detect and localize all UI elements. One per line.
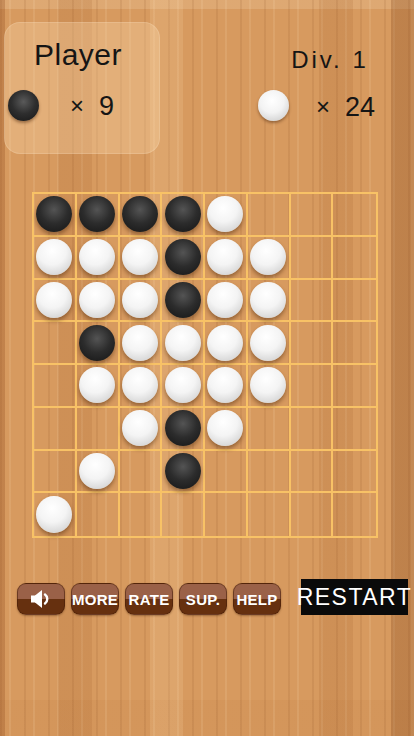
cell-r2-c7[interactable]	[291, 237, 334, 280]
cell-r1-c1[interactable]	[34, 194, 77, 237]
cell-r3-c6[interactable]	[248, 280, 291, 323]
cell-r1-c2[interactable]	[77, 194, 120, 237]
cell-r2-c8[interactable]	[333, 237, 376, 280]
white-stone-icon	[258, 90, 289, 121]
white-disc	[36, 282, 72, 318]
cell-r7-c1[interactable]	[34, 451, 77, 494]
cell-r4-c6[interactable]	[248, 322, 291, 365]
white-disc	[250, 282, 286, 318]
sound-button[interactable]	[17, 583, 65, 615]
opponent-count: × 24	[316, 91, 375, 123]
cell-r8-c3[interactable]	[120, 493, 163, 536]
player-label: Player	[0, 38, 156, 72]
cell-r3-c1[interactable]	[34, 280, 77, 323]
white-disc	[79, 282, 115, 318]
white-disc	[207, 282, 243, 318]
cell-r6-c1[interactable]	[34, 408, 77, 451]
cell-r6-c4[interactable]	[162, 408, 205, 451]
white-disc	[36, 239, 72, 275]
black-disc	[79, 325, 115, 361]
help-button[interactable]: HELP	[233, 583, 281, 615]
cell-r6-c3[interactable]	[120, 408, 163, 451]
cell-r4-c4[interactable]	[162, 322, 205, 365]
white-disc	[250, 239, 286, 275]
cell-r2-c1[interactable]	[34, 237, 77, 280]
support-button[interactable]: SUP.	[179, 583, 227, 615]
white-disc	[207, 410, 243, 446]
cell-r1-c5[interactable]	[205, 194, 248, 237]
cell-r5-c2[interactable]	[77, 365, 120, 408]
cell-r7-c3[interactable]	[120, 451, 163, 494]
white-disc	[165, 325, 201, 361]
cell-r3-c8[interactable]	[333, 280, 376, 323]
game-screen: { "game": "reversi-othello (8x8 disc gam…	[0, 0, 414, 736]
cell-r4-c3[interactable]	[120, 322, 163, 365]
white-disc	[207, 325, 243, 361]
black-disc	[36, 196, 72, 232]
white-disc	[165, 367, 201, 403]
black-disc	[79, 196, 115, 232]
toolbar: MORE RATE SUP. HELP	[17, 583, 281, 615]
cell-r2-c6[interactable]	[248, 237, 291, 280]
cell-r4-c2[interactable]	[77, 322, 120, 365]
cell-r5-c8[interactable]	[333, 365, 376, 408]
black-stone-icon	[8, 90, 39, 121]
cell-r8-c2[interactable]	[77, 493, 120, 536]
white-disc	[79, 367, 115, 403]
black-disc	[165, 282, 201, 318]
white-disc	[207, 239, 243, 275]
black-disc	[165, 410, 201, 446]
cell-r8-c6[interactable]	[248, 493, 291, 536]
cell-r7-c7[interactable]	[291, 451, 334, 494]
white-disc	[122, 282, 158, 318]
cell-r5-c1[interactable]	[34, 365, 77, 408]
cell-r5-c7[interactable]	[291, 365, 334, 408]
cell-r7-c6[interactable]	[248, 451, 291, 494]
black-disc	[165, 453, 201, 489]
cell-r3-c5[interactable]	[205, 280, 248, 323]
cell-r2-c5[interactable]	[205, 237, 248, 280]
opponent-count-value: 24	[345, 92, 375, 123]
cell-r4-c7[interactable]	[291, 322, 334, 365]
white-disc	[122, 410, 158, 446]
cell-r8-c4[interactable]	[162, 493, 205, 536]
cell-r5-c5[interactable]	[205, 365, 248, 408]
cell-r4-c8[interactable]	[333, 322, 376, 365]
cell-r6-c7[interactable]	[291, 408, 334, 451]
white-disc	[36, 496, 72, 534]
white-disc	[122, 239, 158, 275]
cell-r4-c1[interactable]	[34, 322, 77, 365]
white-disc	[207, 196, 243, 232]
black-disc	[165, 196, 201, 232]
cell-r7-c2[interactable]	[77, 451, 120, 494]
cell-r1-c8[interactable]	[333, 194, 376, 237]
cell-r2-c4[interactable]	[162, 237, 205, 280]
cell-r6-c2[interactable]	[77, 408, 120, 451]
cell-r1-c4[interactable]	[162, 194, 205, 237]
cell-r3-c7[interactable]	[291, 280, 334, 323]
cell-r5-c6[interactable]	[248, 365, 291, 408]
speaker-icon	[29, 588, 53, 610]
cell-r6-c6[interactable]	[248, 408, 291, 451]
cell-r6-c5[interactable]	[205, 408, 248, 451]
cell-r7-c4[interactable]	[162, 451, 205, 494]
multiply-sign: ×	[316, 93, 330, 121]
board	[32, 192, 378, 538]
restart-button[interactable]: RESTART	[301, 579, 408, 615]
white-disc	[250, 367, 286, 403]
white-disc	[79, 453, 115, 489]
cell-r4-c5[interactable]	[205, 322, 248, 365]
cell-r8-c8[interactable]	[333, 493, 376, 536]
white-disc	[207, 367, 243, 403]
more-button[interactable]: MORE	[71, 583, 119, 615]
cell-r5-c4[interactable]	[162, 365, 205, 408]
cell-r8-c5[interactable]	[205, 493, 248, 536]
cell-r3-c3[interactable]	[120, 280, 163, 323]
cell-r7-c8[interactable]	[333, 451, 376, 494]
black-disc	[122, 196, 158, 232]
cell-r2-c2[interactable]	[77, 237, 120, 280]
cell-r8-c1[interactable]	[34, 493, 77, 536]
cell-r1-c6[interactable]	[248, 194, 291, 237]
cell-r3-c4[interactable]	[162, 280, 205, 323]
cell-r5-c3[interactable]	[120, 365, 163, 408]
multiply-sign: ×	[70, 92, 84, 120]
black-disc	[165, 239, 201, 275]
rate-button[interactable]: RATE	[125, 583, 173, 615]
white-disc	[122, 367, 158, 403]
cell-r3-c2[interactable]	[77, 280, 120, 323]
cell-r7-c5[interactable]	[205, 451, 248, 494]
white-disc	[79, 239, 115, 275]
cell-r1-c3[interactable]	[120, 194, 163, 237]
cell-r8-c7[interactable]	[291, 493, 334, 536]
player-count: × 9	[70, 90, 114, 122]
opponent-label: Div. 1	[266, 46, 394, 74]
cell-r1-c7[interactable]	[291, 194, 334, 237]
cell-r6-c8[interactable]	[333, 408, 376, 451]
white-disc	[250, 325, 286, 361]
player-count-value: 9	[99, 91, 114, 122]
white-disc	[122, 325, 158, 361]
cell-r2-c3[interactable]	[120, 237, 163, 280]
